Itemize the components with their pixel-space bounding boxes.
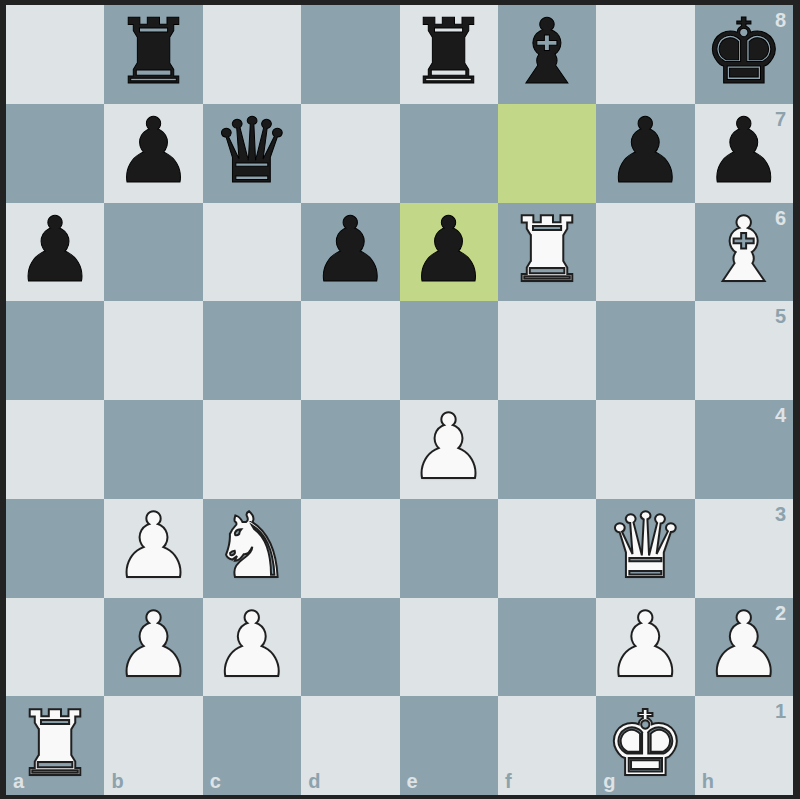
- square-a8[interactable]: [6, 5, 104, 104]
- piece-white-pawn[interactable]: ♟: [113, 501, 194, 591]
- square-h1[interactable]: 1h: [695, 696, 793, 795]
- square-b4[interactable]: [104, 400, 202, 499]
- square-c8[interactable]: [203, 5, 301, 104]
- square-a4[interactable]: [6, 400, 104, 499]
- piece-white-rook[interactable]: ♜: [15, 699, 96, 789]
- square-c7[interactable]: ♛: [203, 104, 301, 203]
- piece-black-pawn[interactable]: ♟: [703, 106, 784, 196]
- square-b7[interactable]: ♟: [104, 104, 202, 203]
- coord-rank-4: 4: [775, 405, 786, 425]
- piece-black-pawn[interactable]: ♟: [310, 205, 391, 295]
- piece-white-king[interactable]: ♚: [605, 699, 686, 789]
- square-b6[interactable]: [104, 203, 202, 302]
- square-b5[interactable]: [104, 301, 202, 400]
- square-a7[interactable]: [6, 104, 104, 203]
- square-h3[interactable]: 3: [695, 499, 793, 598]
- square-e6[interactable]: ♟: [400, 203, 498, 302]
- square-f4[interactable]: [498, 400, 596, 499]
- square-g5[interactable]: [596, 301, 694, 400]
- square-b1[interactable]: b: [104, 696, 202, 795]
- coord-rank-6: 6: [775, 208, 786, 228]
- coord-file-c: c: [210, 771, 221, 791]
- square-e5[interactable]: [400, 301, 498, 400]
- chess-board: ♜♜♝♚8♟♛♟♟7♟♟♟♜♝65♟4♟♞♛3♟♟♟♟2♜abcdef♚g1h: [6, 5, 793, 795]
- square-e3[interactable]: [400, 499, 498, 598]
- piece-white-knight[interactable]: ♞: [212, 501, 293, 591]
- square-c3[interactable]: ♞: [203, 499, 301, 598]
- square-a2[interactable]: [6, 598, 104, 697]
- coord-file-f: f: [505, 771, 512, 791]
- square-d4[interactable]: [301, 400, 399, 499]
- square-e1[interactable]: e: [400, 696, 498, 795]
- piece-black-pawn[interactable]: ♟: [15, 205, 96, 295]
- square-e2[interactable]: [400, 598, 498, 697]
- square-e7[interactable]: [400, 104, 498, 203]
- piece-black-bishop[interactable]: ♝: [507, 7, 588, 97]
- square-h7[interactable]: ♟7: [695, 104, 793, 203]
- square-h4[interactable]: 4: [695, 400, 793, 499]
- square-c4[interactable]: [203, 400, 301, 499]
- piece-white-rook[interactable]: ♜: [507, 205, 588, 295]
- square-e8[interactable]: ♜: [400, 5, 498, 104]
- square-g7[interactable]: ♟: [596, 104, 694, 203]
- square-f8[interactable]: ♝: [498, 5, 596, 104]
- piece-white-pawn[interactable]: ♟: [212, 600, 293, 690]
- piece-black-pawn[interactable]: ♟: [408, 205, 489, 295]
- piece-black-queen[interactable]: ♛: [212, 106, 293, 196]
- square-g2[interactable]: ♟: [596, 598, 694, 697]
- piece-black-king[interactable]: ♚: [703, 7, 784, 97]
- piece-white-pawn[interactable]: ♟: [605, 600, 686, 690]
- square-f2[interactable]: [498, 598, 596, 697]
- coord-file-g: g: [603, 771, 615, 791]
- coord-rank-1: 1: [775, 701, 786, 721]
- chess-board-frame: ♜♜♝♚8♟♛♟♟7♟♟♟♜♝65♟4♟♞♛3♟♟♟♟2♜abcdef♚g1h: [0, 0, 800, 799]
- piece-white-pawn[interactable]: ♟: [703, 600, 784, 690]
- coord-rank-2: 2: [775, 603, 786, 623]
- coord-file-e: e: [407, 771, 418, 791]
- square-f7[interactable]: [498, 104, 596, 203]
- square-h8[interactable]: ♚8: [695, 5, 793, 104]
- square-a3[interactable]: [6, 499, 104, 598]
- coord-rank-7: 7: [775, 109, 786, 129]
- piece-black-pawn[interactable]: ♟: [113, 106, 194, 196]
- square-d8[interactable]: [301, 5, 399, 104]
- coord-file-h: h: [702, 771, 714, 791]
- piece-black-pawn[interactable]: ♟: [605, 106, 686, 196]
- square-g1[interactable]: ♚g: [596, 696, 694, 795]
- square-c1[interactable]: c: [203, 696, 301, 795]
- square-g3[interactable]: ♛: [596, 499, 694, 598]
- square-e4[interactable]: ♟: [400, 400, 498, 499]
- square-g4[interactable]: [596, 400, 694, 499]
- square-b3[interactable]: ♟: [104, 499, 202, 598]
- square-d7[interactable]: [301, 104, 399, 203]
- square-b2[interactable]: ♟: [104, 598, 202, 697]
- square-d6[interactable]: ♟: [301, 203, 399, 302]
- square-d5[interactable]: [301, 301, 399, 400]
- square-d3[interactable]: [301, 499, 399, 598]
- square-h5[interactable]: 5: [695, 301, 793, 400]
- square-a6[interactable]: ♟: [6, 203, 104, 302]
- piece-white-bishop[interactable]: ♝: [703, 205, 784, 295]
- coord-file-b: b: [111, 771, 123, 791]
- square-d2[interactable]: [301, 598, 399, 697]
- square-f5[interactable]: [498, 301, 596, 400]
- square-h6[interactable]: ♝6: [695, 203, 793, 302]
- square-a1[interactable]: ♜a: [6, 696, 104, 795]
- piece-white-pawn[interactable]: ♟: [113, 600, 194, 690]
- piece-white-queen[interactable]: ♛: [605, 501, 686, 591]
- square-h2[interactable]: ♟2: [695, 598, 793, 697]
- square-c2[interactable]: ♟: [203, 598, 301, 697]
- coord-rank-3: 3: [775, 504, 786, 524]
- coord-file-d: d: [308, 771, 320, 791]
- piece-black-rook[interactable]: ♜: [113, 7, 194, 97]
- square-b8[interactable]: ♜: [104, 5, 202, 104]
- coord-rank-8: 8: [775, 10, 786, 30]
- square-d1[interactable]: d: [301, 696, 399, 795]
- square-f3[interactable]: [498, 499, 596, 598]
- coord-file-a: a: [13, 771, 24, 791]
- square-g6[interactable]: [596, 203, 694, 302]
- square-g8[interactable]: [596, 5, 694, 104]
- square-a5[interactable]: [6, 301, 104, 400]
- square-c5[interactable]: [203, 301, 301, 400]
- square-f1[interactable]: f: [498, 696, 596, 795]
- square-f6[interactable]: ♜: [498, 203, 596, 302]
- piece-black-rook[interactable]: ♜: [408, 7, 489, 97]
- square-c6[interactable]: [203, 203, 301, 302]
- coord-rank-5: 5: [775, 306, 786, 326]
- piece-white-pawn[interactable]: ♟: [408, 402, 489, 492]
